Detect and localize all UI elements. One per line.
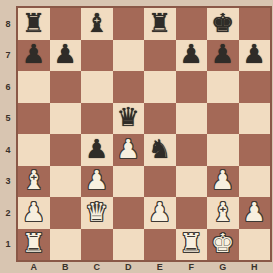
file-label-e: E xyxy=(144,260,176,273)
rank-label-1: 1 xyxy=(0,229,16,261)
square-a5[interactable] xyxy=(18,103,50,135)
file-labels: ABCDEFGH xyxy=(18,260,270,273)
square-g8[interactable]: ♚ xyxy=(207,8,239,40)
piece-white-pawn[interactable]: ♟ xyxy=(22,199,45,225)
square-f8[interactable] xyxy=(176,8,208,40)
square-h7[interactable]: ♟ xyxy=(239,40,271,72)
file-label-b: B xyxy=(50,260,82,273)
piece-white-king[interactable]: ♚ xyxy=(211,230,234,256)
square-b7[interactable]: ♟ xyxy=(50,40,82,72)
square-c4[interactable]: ♟ xyxy=(81,134,113,166)
square-a8[interactable]: ♜ xyxy=(18,8,50,40)
square-a1[interactable]: ♜ xyxy=(18,229,50,261)
file-label-c: C xyxy=(81,260,113,273)
file-label-h: H xyxy=(239,260,271,273)
piece-white-pawn[interactable]: ♟ xyxy=(85,167,108,193)
file-label-g: G xyxy=(207,260,239,273)
file-label-d: D xyxy=(113,260,145,273)
rank-label-7: 7 xyxy=(0,40,16,72)
square-g5[interactable] xyxy=(207,103,239,135)
chess-diagram: 87654321 ♜♝♜♚♟♟♟♟♟♛♟♟♞♝♟♟♟♛♟♝♟♜♜♚ ABCDEF… xyxy=(0,0,273,273)
square-d6[interactable] xyxy=(113,71,145,103)
rank-label-6: 6 xyxy=(0,71,16,103)
square-a3[interactable]: ♝ xyxy=(18,166,50,198)
square-e7[interactable] xyxy=(144,40,176,72)
piece-black-knight[interactable]: ♞ xyxy=(148,136,171,162)
piece-white-bishop[interactable]: ♝ xyxy=(22,167,45,193)
square-h8[interactable] xyxy=(239,8,271,40)
square-g1[interactable]: ♚ xyxy=(207,229,239,261)
piece-white-pawn[interactable]: ♟ xyxy=(117,136,140,162)
square-b5[interactable] xyxy=(50,103,82,135)
square-d8[interactable] xyxy=(113,8,145,40)
file-label-f: F xyxy=(176,260,208,273)
chess-board[interactable]: ♜♝♜♚♟♟♟♟♟♛♟♟♞♝♟♟♟♛♟♝♟♜♜♚ xyxy=(16,6,272,262)
square-g7[interactable]: ♟ xyxy=(207,40,239,72)
piece-white-rook[interactable]: ♜ xyxy=(180,230,203,256)
square-h1[interactable] xyxy=(239,229,271,261)
square-h4[interactable] xyxy=(239,134,271,166)
square-c6[interactable] xyxy=(81,71,113,103)
rank-labels: 87654321 xyxy=(0,8,16,260)
square-d3[interactable] xyxy=(113,166,145,198)
piece-black-pawn[interactable]: ♟ xyxy=(180,41,203,67)
square-g2[interactable]: ♝ xyxy=(207,197,239,229)
square-a7[interactable]: ♟ xyxy=(18,40,50,72)
rank-label-4: 4 xyxy=(0,134,16,166)
piece-white-pawn[interactable]: ♟ xyxy=(148,199,171,225)
piece-black-bishop[interactable]: ♝ xyxy=(85,10,108,36)
square-g4[interactable] xyxy=(207,134,239,166)
piece-white-pawn[interactable]: ♟ xyxy=(243,199,266,225)
square-h6[interactable] xyxy=(239,71,271,103)
piece-white-rook[interactable]: ♜ xyxy=(22,230,45,256)
piece-black-pawn[interactable]: ♟ xyxy=(243,41,266,67)
square-d2[interactable] xyxy=(113,197,145,229)
square-c8[interactable]: ♝ xyxy=(81,8,113,40)
square-f3[interactable] xyxy=(176,166,208,198)
square-h5[interactable] xyxy=(239,103,271,135)
square-e4[interactable]: ♞ xyxy=(144,134,176,166)
square-e1[interactable] xyxy=(144,229,176,261)
square-h3[interactable] xyxy=(239,166,271,198)
square-a4[interactable] xyxy=(18,134,50,166)
square-d7[interactable] xyxy=(113,40,145,72)
rank-label-8: 8 xyxy=(0,8,16,40)
square-g6[interactable] xyxy=(207,71,239,103)
square-f7[interactable]: ♟ xyxy=(176,40,208,72)
rank-label-5: 5 xyxy=(0,103,16,135)
square-a2[interactable]: ♟ xyxy=(18,197,50,229)
square-b4[interactable] xyxy=(50,134,82,166)
square-e3[interactable] xyxy=(144,166,176,198)
square-d1[interactable] xyxy=(113,229,145,261)
square-b2[interactable] xyxy=(50,197,82,229)
piece-white-pawn[interactable]: ♟ xyxy=(211,167,234,193)
square-c2[interactable]: ♛ xyxy=(81,197,113,229)
square-b3[interactable] xyxy=(50,166,82,198)
square-c7[interactable] xyxy=(81,40,113,72)
square-e8[interactable]: ♜ xyxy=(144,8,176,40)
piece-black-pawn[interactable]: ♟ xyxy=(54,41,77,67)
square-b8[interactable] xyxy=(50,8,82,40)
square-a6[interactable] xyxy=(18,71,50,103)
square-d4[interactable]: ♟ xyxy=(113,134,145,166)
square-d5[interactable]: ♛ xyxy=(113,103,145,135)
piece-black-queen[interactable]: ♛ xyxy=(117,104,140,130)
file-label-a: A xyxy=(18,260,50,273)
piece-black-rook[interactable]: ♜ xyxy=(22,10,45,36)
piece-white-bishop[interactable]: ♝ xyxy=(211,199,234,225)
piece-black-king[interactable]: ♚ xyxy=(211,10,234,36)
square-b6[interactable] xyxy=(50,71,82,103)
piece-white-queen[interactable]: ♛ xyxy=(85,199,108,225)
square-c1[interactable] xyxy=(81,229,113,261)
square-e6[interactable] xyxy=(144,71,176,103)
square-b1[interactable] xyxy=(50,229,82,261)
square-f4[interactable] xyxy=(176,134,208,166)
rank-label-3: 3 xyxy=(0,166,16,198)
square-f2[interactable] xyxy=(176,197,208,229)
square-c5[interactable] xyxy=(81,103,113,135)
square-h2[interactable]: ♟ xyxy=(239,197,271,229)
piece-black-pawn[interactable]: ♟ xyxy=(22,41,45,67)
square-g3[interactable]: ♟ xyxy=(207,166,239,198)
square-c3[interactable]: ♟ xyxy=(81,166,113,198)
square-f6[interactable] xyxy=(176,71,208,103)
square-f1[interactable]: ♜ xyxy=(176,229,208,261)
square-e2[interactable]: ♟ xyxy=(144,197,176,229)
piece-black-rook[interactable]: ♜ xyxy=(148,10,171,36)
piece-black-pawn[interactable]: ♟ xyxy=(211,41,234,67)
piece-black-pawn[interactable]: ♟ xyxy=(85,136,108,162)
square-f5[interactable] xyxy=(176,103,208,135)
square-e5[interactable] xyxy=(144,103,176,135)
rank-label-2: 2 xyxy=(0,197,16,229)
